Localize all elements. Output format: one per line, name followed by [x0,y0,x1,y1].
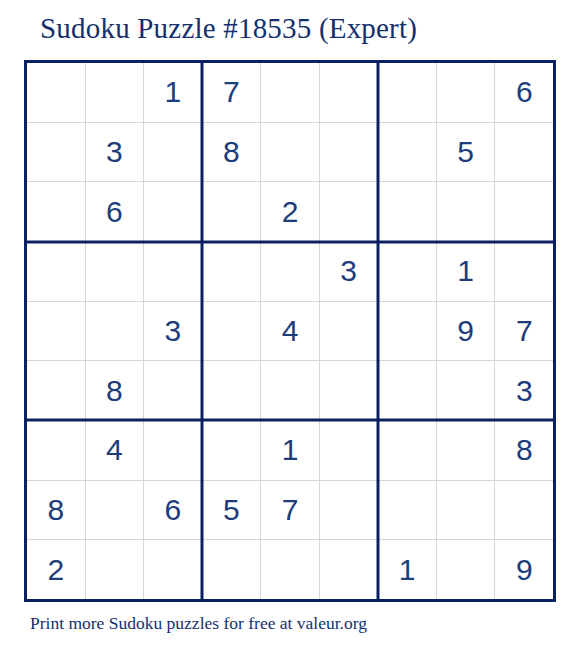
cell-r2c7 [378,123,436,182]
cell-r6c8 [437,361,495,420]
cell-r7c4 [203,421,261,480]
cell-r7c2: 4 [86,421,144,480]
cell-r4c3 [144,242,202,301]
cell-r8c1: 8 [27,481,85,540]
cell-r2c2: 3 [86,123,144,182]
cell-r7c6 [320,421,378,480]
cell-r1c7 [378,63,436,122]
cell-r4c8: 1 [437,242,495,301]
cell-r5c4 [203,302,261,361]
cell-r4c2 [86,242,144,301]
cell-r7c3 [144,421,202,480]
cell-r3c1 [27,182,85,241]
cell-r5c5: 4 [261,302,319,361]
cell-r8c7 [378,481,436,540]
cell-r6c4 [203,361,261,420]
cell-r4c1 [27,242,85,301]
cell-r3c4 [203,182,261,241]
cell-r5c7 [378,302,436,361]
cell-r1c2 [86,63,144,122]
cell-r1c3: 1 [144,63,202,122]
cell-r6c1 [27,361,85,420]
cell-r2c8: 5 [437,123,495,182]
cell-r2c1 [27,123,85,182]
sudoku-board: 17638562313497834188657219 [24,60,556,602]
cell-r2c5 [261,123,319,182]
cell-r3c3 [144,182,202,241]
cell-r2c3 [144,123,202,182]
cell-r2c4: 8 [203,123,261,182]
footer-text: Print more Sudoku puzzles for free at va… [30,613,367,634]
cell-r3c6 [320,182,378,241]
cell-r7c8 [437,421,495,480]
cell-r5c3: 3 [144,302,202,361]
cell-r9c7: 1 [378,540,436,599]
cell-r6c3 [144,361,202,420]
cell-r1c8 [437,63,495,122]
cell-r5c6 [320,302,378,361]
cell-r6c6 [320,361,378,420]
cell-r4c6: 3 [320,242,378,301]
cell-r6c5 [261,361,319,420]
sudoku-page: Sudoku Puzzle #18535 (Expert) 1763856231… [0,0,580,651]
cell-r4c7 [378,242,436,301]
cell-r8c6 [320,481,378,540]
cell-r3c9 [495,182,553,241]
cell-r2c6 [320,123,378,182]
cell-r5c2 [86,302,144,361]
cell-r3c8 [437,182,495,241]
cell-r8c4: 5 [203,481,261,540]
cell-r4c4 [203,242,261,301]
cell-r5c1 [27,302,85,361]
cell-r9c3 [144,540,202,599]
cell-r9c5 [261,540,319,599]
cell-r6c9: 3 [495,361,553,420]
cell-r3c7 [378,182,436,241]
cell-r9c1: 2 [27,540,85,599]
puzzle-title: Sudoku Puzzle #18535 (Expert) [40,12,417,45]
cell-r6c2: 8 [86,361,144,420]
cell-r8c3: 6 [144,481,202,540]
cell-r9c6 [320,540,378,599]
cell-r8c9 [495,481,553,540]
cell-r1c5 [261,63,319,122]
cell-r1c4: 7 [203,63,261,122]
cell-r3c5: 2 [261,182,319,241]
cell-r8c8 [437,481,495,540]
cell-r3c2: 6 [86,182,144,241]
cell-r7c9: 8 [495,421,553,480]
cell-r4c9 [495,242,553,301]
cell-r4c5 [261,242,319,301]
cell-r7c5: 1 [261,421,319,480]
cell-r8c2 [86,481,144,540]
cell-r9c2 [86,540,144,599]
cell-r1c9: 6 [495,63,553,122]
cell-r1c1 [27,63,85,122]
cell-r9c4 [203,540,261,599]
cell-r5c9: 7 [495,302,553,361]
cell-r8c5: 7 [261,481,319,540]
cell-r2c9 [495,123,553,182]
cell-r7c1 [27,421,85,480]
cell-r7c7 [378,421,436,480]
cell-r6c7 [378,361,436,420]
cell-r9c8 [437,540,495,599]
cell-r5c8: 9 [437,302,495,361]
cell-r1c6 [320,63,378,122]
cell-r9c9: 9 [495,540,553,599]
